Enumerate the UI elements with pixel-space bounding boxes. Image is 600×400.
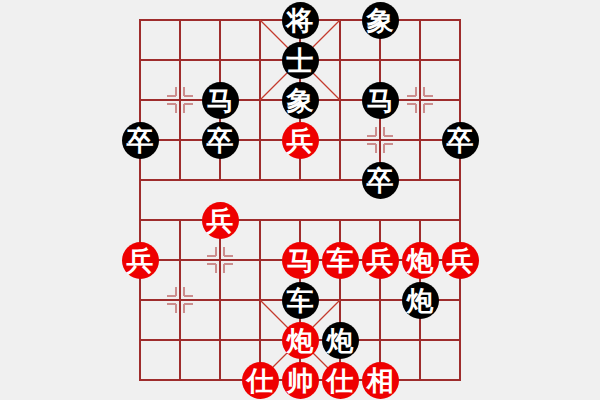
red-cannon[interactable]: 炮 <box>402 242 439 279</box>
black-cannon[interactable]: 炮 <box>402 282 439 319</box>
red-pawn[interactable]: 兵 <box>282 122 319 159</box>
red-pawn[interactable]: 兵 <box>362 242 399 279</box>
black-elephant[interactable]: 象 <box>282 82 319 119</box>
black-general[interactable]: 将 <box>282 2 319 39</box>
black-advisor[interactable]: 士 <box>282 42 319 79</box>
red-elephant[interactable]: 相 <box>362 362 399 399</box>
red-horse[interactable]: 马 <box>282 242 319 279</box>
red-advisor[interactable]: 仕 <box>242 362 279 399</box>
black-chariot[interactable]: 车 <box>282 282 319 319</box>
black-horse[interactable]: 马 <box>202 82 239 119</box>
red-cannon[interactable]: 炮 <box>282 322 319 359</box>
red-pawn[interactable]: 兵 <box>122 242 159 279</box>
red-pawn[interactable]: 兵 <box>442 242 479 279</box>
black-horse[interactable]: 马 <box>362 82 399 119</box>
xiangqi-board: 将象士马象马卒卒兵卒卒兵兵马车兵炮兵车炮炮炮仕帅仕相 <box>0 0 600 400</box>
red-pawn[interactable]: 兵 <box>202 202 239 239</box>
red-general[interactable]: 帅 <box>282 362 319 399</box>
red-chariot[interactable]: 车 <box>322 242 359 279</box>
black-cannon[interactable]: 炮 <box>322 322 359 359</box>
black-elephant[interactable]: 象 <box>362 2 399 39</box>
black-pawn[interactable]: 卒 <box>202 122 239 159</box>
black-pawn[interactable]: 卒 <box>442 122 479 159</box>
black-pawn[interactable]: 卒 <box>362 162 399 199</box>
black-pawn[interactable]: 卒 <box>122 122 159 159</box>
red-advisor[interactable]: 仕 <box>322 362 359 399</box>
